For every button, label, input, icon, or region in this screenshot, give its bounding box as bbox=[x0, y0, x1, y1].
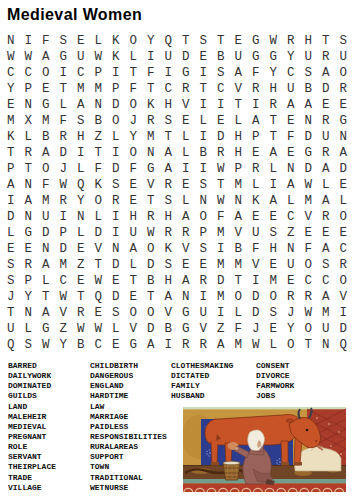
grid-cell[interactable]: H bbox=[265, 241, 283, 257]
grid-cell[interactable]: I bbox=[177, 161, 195, 177]
grid-cell[interactable]: N bbox=[20, 177, 38, 193]
grid-cell[interactable]: L bbox=[125, 257, 143, 273]
grid-cell[interactable]: W bbox=[212, 193, 230, 209]
grid-cell[interactable]: Q bbox=[72, 177, 90, 193]
grid-cell[interactable]: T bbox=[125, 273, 143, 289]
grid-cell[interactable]: A bbox=[230, 65, 248, 81]
grid-cell[interactable]: A bbox=[37, 49, 55, 65]
grid-cell[interactable]: E bbox=[247, 209, 265, 225]
grid-cell[interactable]: R bbox=[107, 193, 125, 209]
grid-cell[interactable]: I bbox=[55, 209, 73, 225]
grid-cell[interactable]: O bbox=[282, 337, 300, 353]
grid-cell[interactable]: R bbox=[72, 305, 90, 321]
grid-cell[interactable]: A bbox=[160, 145, 178, 161]
grid-cell[interactable]: W bbox=[300, 177, 318, 193]
grid-cell[interactable]: D bbox=[55, 145, 73, 161]
grid-cell[interactable]: T bbox=[265, 129, 283, 145]
grid-cell[interactable]: A bbox=[265, 193, 283, 209]
grid-cell[interactable]: D bbox=[55, 241, 73, 257]
grid-cell[interactable]: U bbox=[317, 129, 335, 145]
grid-cell[interactable]: A bbox=[335, 145, 353, 161]
grid-cell[interactable]: B bbox=[37, 129, 55, 145]
grid-cell[interactable]: P bbox=[20, 81, 38, 97]
grid-cell[interactable]: W bbox=[37, 337, 55, 353]
grid-cell[interactable]: W bbox=[212, 161, 230, 177]
grid-cell[interactable]: N bbox=[72, 209, 90, 225]
grid-cell[interactable]: I bbox=[335, 305, 353, 321]
grid-cell[interactable]: T bbox=[195, 81, 213, 97]
grid-cell[interactable]: E bbox=[230, 33, 248, 49]
grid-cell[interactable]: B bbox=[230, 241, 248, 257]
grid-cell[interactable]: A bbox=[177, 273, 195, 289]
grid-cell[interactable]: E bbox=[265, 209, 283, 225]
grid-cell[interactable]: S bbox=[265, 305, 283, 321]
grid-cell[interactable]: S bbox=[160, 193, 178, 209]
grid-cell[interactable]: H bbox=[230, 129, 248, 145]
grid-cell[interactable]: A bbox=[160, 289, 178, 305]
grid-cell[interactable]: D bbox=[177, 49, 195, 65]
grid-cell[interactable]: F bbox=[125, 81, 143, 97]
grid-cell[interactable]: E bbox=[2, 97, 20, 113]
grid-cell[interactable]: R bbox=[317, 209, 335, 225]
grid-cell[interactable]: I bbox=[212, 97, 230, 113]
grid-cell[interactable]: E bbox=[300, 225, 318, 241]
grid-cell[interactable]: Z bbox=[212, 321, 230, 337]
grid-cell[interactable]: C bbox=[2, 65, 20, 81]
grid-cell[interactable]: K bbox=[160, 241, 178, 257]
grid-cell[interactable]: F bbox=[212, 209, 230, 225]
grid-cell[interactable]: T bbox=[212, 177, 230, 193]
grid-cell[interactable]: W bbox=[300, 305, 318, 321]
grid-cell[interactable]: U bbox=[282, 257, 300, 273]
grid-cell[interactable]: D bbox=[335, 161, 353, 177]
grid-cell[interactable]: C bbox=[282, 65, 300, 81]
grid-cell[interactable]: X bbox=[20, 113, 38, 129]
grid-cell[interactable]: R bbox=[282, 33, 300, 49]
grid-cell[interactable]: N bbox=[300, 113, 318, 129]
grid-cell[interactable]: N bbox=[282, 241, 300, 257]
grid-cell[interactable]: A bbox=[265, 145, 283, 161]
grid-cell[interactable]: T bbox=[160, 129, 178, 145]
grid-cell[interactable]: I bbox=[142, 49, 160, 65]
grid-cell[interactable]: L bbox=[177, 193, 195, 209]
grid-cell[interactable]: E bbox=[37, 81, 55, 97]
grid-cell[interactable]: R bbox=[317, 113, 335, 129]
grid-cell[interactable]: V bbox=[230, 225, 248, 241]
grid-cell[interactable]: E bbox=[212, 113, 230, 129]
grid-cell[interactable]: L bbox=[55, 97, 73, 113]
grid-cell[interactable]: T bbox=[90, 257, 108, 273]
grid-cell[interactable]: L bbox=[265, 161, 283, 177]
grid-cell[interactable]: S bbox=[212, 65, 230, 81]
grid-cell[interactable]: F bbox=[300, 241, 318, 257]
grid-cell[interactable]: Y bbox=[55, 337, 73, 353]
grid-cell[interactable]: M bbox=[230, 257, 248, 273]
grid-cell[interactable]: A bbox=[177, 209, 195, 225]
grid-cell[interactable]: S bbox=[72, 113, 90, 129]
grid-cell[interactable]: T bbox=[55, 81, 73, 97]
grid-cell[interactable]: M bbox=[142, 129, 160, 145]
grid-cell[interactable]: U bbox=[160, 49, 178, 65]
grid-cell[interactable]: N bbox=[20, 97, 38, 113]
grid-cell[interactable]: Y bbox=[265, 65, 283, 81]
grid-cell[interactable]: E bbox=[282, 273, 300, 289]
grid-cell[interactable]: L bbox=[177, 145, 195, 161]
grid-cell[interactable]: U bbox=[125, 225, 143, 241]
grid-cell[interactable]: V bbox=[142, 177, 160, 193]
grid-cell[interactable]: T bbox=[2, 145, 20, 161]
grid-cell[interactable]: A bbox=[317, 193, 335, 209]
grid-cell[interactable]: S bbox=[195, 33, 213, 49]
grid-cell[interactable]: Z bbox=[90, 129, 108, 145]
grid-cell[interactable]: I bbox=[160, 337, 178, 353]
grid-cell[interactable]: E bbox=[335, 97, 353, 113]
grid-cell[interactable]: A bbox=[2, 177, 20, 193]
grid-cell[interactable]: B bbox=[160, 321, 178, 337]
grid-cell[interactable]: I bbox=[160, 65, 178, 81]
grid-cell[interactable]: U bbox=[335, 49, 353, 65]
grid-cell[interactable]: E bbox=[72, 241, 90, 257]
grid-cell[interactable]: U bbox=[230, 49, 248, 65]
grid-cell[interactable]: V bbox=[125, 321, 143, 337]
grid-cell[interactable]: E bbox=[265, 257, 283, 273]
grid-cell[interactable]: S bbox=[160, 113, 178, 129]
grid-cell[interactable]: W bbox=[247, 337, 265, 353]
grid-cell[interactable]: N bbox=[2, 33, 20, 49]
grid-cell[interactable]: S bbox=[2, 273, 20, 289]
grid-cell[interactable]: A bbox=[20, 193, 38, 209]
grid-cell[interactable]: E bbox=[195, 49, 213, 65]
grid-cell[interactable]: V bbox=[55, 305, 73, 321]
grid-cell[interactable]: O bbox=[300, 321, 318, 337]
grid-cell[interactable]: D bbox=[2, 209, 20, 225]
grid-cell[interactable]: G bbox=[247, 49, 265, 65]
grid-cell[interactable]: C bbox=[300, 273, 318, 289]
grid-cell[interactable]: D bbox=[142, 321, 160, 337]
grid-cell[interactable]: V bbox=[300, 209, 318, 225]
grid-cell[interactable]: G bbox=[37, 97, 55, 113]
grid-cell[interactable]: S bbox=[317, 257, 335, 273]
grid-cell[interactable]: N bbox=[37, 241, 55, 257]
grid-cell[interactable]: H bbox=[160, 273, 178, 289]
grid-cell[interactable]: C bbox=[72, 65, 90, 81]
grid-cell[interactable]: D bbox=[107, 257, 125, 273]
grid-cell[interactable]: J bbox=[282, 305, 300, 321]
grid-cell[interactable]: T bbox=[90, 145, 108, 161]
grid-cell[interactable]: V bbox=[335, 289, 353, 305]
grid-cell[interactable]: E bbox=[177, 177, 195, 193]
grid-cell[interactable]: H bbox=[265, 81, 283, 97]
grid-cell[interactable]: H bbox=[160, 97, 178, 113]
grid-cell[interactable]: L bbox=[2, 225, 20, 241]
grid-cell[interactable]: I bbox=[107, 225, 125, 241]
grid-cell[interactable]: W bbox=[20, 49, 38, 65]
grid-cell[interactable]: N bbox=[107, 241, 125, 257]
grid-cell[interactable]: P bbox=[90, 65, 108, 81]
grid-cell[interactable]: D bbox=[107, 289, 125, 305]
grid-cell[interactable]: I bbox=[195, 129, 213, 145]
grid-cell[interactable]: O bbox=[335, 209, 353, 225]
grid-cell[interactable]: P bbox=[195, 225, 213, 241]
grid-cell[interactable]: Y bbox=[282, 321, 300, 337]
grid-cell[interactable]: K bbox=[107, 49, 125, 65]
grid-cell[interactable]: L bbox=[265, 337, 283, 353]
grid-cell[interactable]: O bbox=[230, 289, 248, 305]
grid-cell[interactable]: O bbox=[90, 193, 108, 209]
grid-cell[interactable]: L bbox=[107, 321, 125, 337]
grid-cell[interactable]: T bbox=[300, 337, 318, 353]
grid-cell[interactable]: J bbox=[2, 289, 20, 305]
grid-cell[interactable]: L bbox=[72, 161, 90, 177]
grid-cell[interactable]: K bbox=[142, 97, 160, 113]
grid-cell[interactable]: U bbox=[195, 305, 213, 321]
grid-cell[interactable]: L bbox=[107, 129, 125, 145]
grid-cell[interactable]: O bbox=[265, 289, 283, 305]
grid-cell[interactable]: G bbox=[125, 337, 143, 353]
grid-cell[interactable]: A bbox=[37, 145, 55, 161]
grid-cell[interactable]: C bbox=[160, 81, 178, 97]
grid-cell[interactable]: R bbox=[335, 81, 353, 97]
grid-cell[interactable]: W bbox=[90, 273, 108, 289]
grid-cell[interactable]: D bbox=[212, 129, 230, 145]
grid-cell[interactable]: K bbox=[247, 193, 265, 209]
grid-cell[interactable]: H bbox=[160, 209, 178, 225]
grid-cell[interactable]: L bbox=[20, 129, 38, 145]
grid-cell[interactable]: E bbox=[335, 225, 353, 241]
grid-cell[interactable]: O bbox=[125, 97, 143, 113]
grid-cell[interactable]: R bbox=[160, 225, 178, 241]
grid-cell[interactable]: W bbox=[55, 177, 73, 193]
grid-cell[interactable]: M bbox=[212, 257, 230, 273]
grid-cell[interactable]: P bbox=[55, 225, 73, 241]
grid-cell[interactable]: O bbox=[300, 257, 318, 273]
grid-cell[interactable]: S bbox=[300, 65, 318, 81]
grid-cell[interactable]: O bbox=[125, 305, 143, 321]
grid-cell[interactable]: A bbox=[142, 337, 160, 353]
grid-cell[interactable]: Y bbox=[142, 33, 160, 49]
grid-cell[interactable]: A bbox=[37, 257, 55, 273]
grid-cell[interactable]: W bbox=[90, 321, 108, 337]
grid-cell[interactable]: E bbox=[247, 145, 265, 161]
grid-cell[interactable]: A bbox=[212, 337, 230, 353]
grid-cell[interactable]: L bbox=[195, 113, 213, 129]
grid-cell[interactable]: R bbox=[20, 145, 38, 161]
grid-cell[interactable]: J bbox=[125, 113, 143, 129]
grid-cell[interactable]: V bbox=[230, 81, 248, 97]
grid-cell[interactable]: N bbox=[177, 289, 195, 305]
grid-cell[interactable]: N bbox=[282, 161, 300, 177]
grid-cell[interactable]: S bbox=[20, 337, 38, 353]
grid-cell[interactable]: C bbox=[55, 273, 73, 289]
grid-cell[interactable]: K bbox=[2, 129, 20, 145]
grid-cell[interactable]: R bbox=[300, 289, 318, 305]
grid-cell[interactable]: E bbox=[2, 241, 20, 257]
grid-cell[interactable]: B bbox=[142, 273, 160, 289]
grid-cell[interactable]: D bbox=[90, 225, 108, 241]
grid-cell[interactable]: N bbox=[230, 193, 248, 209]
grid-cell[interactable]: S bbox=[55, 33, 73, 49]
grid-cell[interactable]: E bbox=[335, 177, 353, 193]
grid-cell[interactable]: R bbox=[247, 161, 265, 177]
grid-cell[interactable]: L bbox=[335, 193, 353, 209]
grid-cell[interactable]: D bbox=[142, 257, 160, 273]
grid-cell[interactable]: O bbox=[335, 65, 353, 81]
grid-cell[interactable]: I bbox=[247, 273, 265, 289]
grid-cell[interactable]: W bbox=[142, 225, 160, 241]
grid-cell[interactable]: R bbox=[317, 145, 335, 161]
grid-cell[interactable]: E bbox=[72, 273, 90, 289]
grid-cell[interactable]: T bbox=[230, 273, 248, 289]
grid-cell[interactable]: A bbox=[230, 209, 248, 225]
grid-cell[interactable]: C bbox=[282, 209, 300, 225]
grid-cell[interactable]: L bbox=[72, 225, 90, 241]
grid-cell[interactable]: O bbox=[37, 65, 55, 81]
grid-cell[interactable]: T bbox=[20, 161, 38, 177]
grid-cell[interactable]: O bbox=[142, 305, 160, 321]
grid-cell[interactable]: R bbox=[142, 209, 160, 225]
grid-cell[interactable]: T bbox=[230, 97, 248, 113]
grid-cell[interactable]: D bbox=[212, 273, 230, 289]
grid-cell[interactable]: U bbox=[282, 81, 300, 97]
grid-cell[interactable]: S bbox=[335, 33, 353, 49]
grid-cell[interactable]: Q bbox=[160, 33, 178, 49]
grid-cell[interactable]: R bbox=[195, 337, 213, 353]
grid-cell[interactable]: F bbox=[230, 321, 248, 337]
grid-cell[interactable]: C bbox=[212, 81, 230, 97]
grid-cell[interactable]: S bbox=[107, 177, 125, 193]
grid-cell[interactable]: F bbox=[37, 33, 55, 49]
grid-cell[interactable]: P bbox=[107, 81, 125, 97]
grid-cell[interactable]: D bbox=[247, 289, 265, 305]
grid-cell[interactable]: M bbox=[212, 225, 230, 241]
grid-cell[interactable]: A bbox=[317, 241, 335, 257]
grid-cell[interactable]: R bbox=[247, 81, 265, 97]
grid-cell[interactable]: G bbox=[300, 145, 318, 161]
grid-cell[interactable]: S bbox=[195, 177, 213, 193]
grid-cell[interactable]: U bbox=[72, 49, 90, 65]
grid-cell[interactable]: Y bbox=[125, 129, 143, 145]
grid-cell[interactable]: N bbox=[20, 209, 38, 225]
grid-cell[interactable]: I bbox=[107, 145, 125, 161]
grid-cell[interactable]: F bbox=[125, 161, 143, 177]
grid-cell[interactable]: F bbox=[90, 161, 108, 177]
grid-cell[interactable]: D bbox=[37, 225, 55, 241]
grid-cell[interactable]: A bbox=[247, 113, 265, 129]
grid-cell[interactable]: N bbox=[335, 129, 353, 145]
grid-cell[interactable]: A bbox=[300, 97, 318, 113]
grid-cell[interactable]: S bbox=[107, 305, 125, 321]
grid-cell[interactable]: E bbox=[125, 193, 143, 209]
grid-cell[interactable]: A bbox=[282, 177, 300, 193]
grid-cell[interactable]: E bbox=[107, 337, 125, 353]
grid-cell[interactable]: B bbox=[72, 337, 90, 353]
grid-cell[interactable]: Y bbox=[72, 193, 90, 209]
grid-cell[interactable]: G bbox=[335, 113, 353, 129]
grid-cell[interactable]: I bbox=[247, 97, 265, 113]
grid-cell[interactable]: W bbox=[90, 49, 108, 65]
grid-cell[interactable]: R bbox=[265, 97, 283, 113]
grid-cell[interactable]: Q bbox=[90, 289, 108, 305]
grid-cell[interactable]: L bbox=[90, 209, 108, 225]
grid-cell[interactable]: M bbox=[300, 193, 318, 209]
grid-cell[interactable]: L bbox=[317, 177, 335, 193]
grid-cell[interactable]: E bbox=[195, 257, 213, 273]
grid-cell[interactable]: I bbox=[55, 65, 73, 81]
grid-cell[interactable]: C bbox=[335, 241, 353, 257]
grid-cell[interactable]: L bbox=[37, 273, 55, 289]
grid-cell[interactable]: U bbox=[317, 321, 335, 337]
grid-cell[interactable]: T bbox=[177, 33, 195, 49]
grid-cell[interactable]: D bbox=[247, 305, 265, 321]
grid-cell[interactable]: O bbox=[107, 113, 125, 129]
grid-cell[interactable]: I bbox=[212, 241, 230, 257]
grid-cell[interactable]: G bbox=[55, 49, 73, 65]
grid-cell[interactable]: D bbox=[107, 161, 125, 177]
grid-cell[interactable]: E bbox=[265, 321, 283, 337]
grid-cell[interactable]: H bbox=[230, 145, 248, 161]
grid-cell[interactable]: Y bbox=[282, 49, 300, 65]
grid-cell[interactable]: G bbox=[177, 321, 195, 337]
grid-cell[interactable]: H bbox=[72, 129, 90, 145]
grid-cell[interactable]: G bbox=[37, 321, 55, 337]
grid-cell[interactable]: Z bbox=[72, 257, 90, 273]
grid-cell[interactable]: L bbox=[230, 305, 248, 321]
grid-cell[interactable]: V bbox=[247, 257, 265, 273]
grid-cell[interactable]: E bbox=[125, 289, 143, 305]
grid-cell[interactable]: T bbox=[142, 193, 160, 209]
grid-cell[interactable]: K bbox=[107, 33, 125, 49]
grid-cell[interactable]: N bbox=[195, 193, 213, 209]
grid-cell[interactable]: T bbox=[125, 65, 143, 81]
grid-cell[interactable]: V bbox=[90, 241, 108, 257]
grid-cell[interactable]: E bbox=[125, 177, 143, 193]
grid-cell[interactable]: L bbox=[125, 49, 143, 65]
grid-cell[interactable]: L bbox=[90, 33, 108, 49]
grid-cell[interactable]: M bbox=[37, 193, 55, 209]
grid-cell[interactable]: I bbox=[212, 305, 230, 321]
grid-cell[interactable]: A bbox=[125, 241, 143, 257]
grid-cell[interactable]: F bbox=[142, 65, 160, 81]
grid-cell[interactable]: D bbox=[107, 97, 125, 113]
grid-cell[interactable]: L bbox=[230, 113, 248, 129]
grid-cell[interactable]: O bbox=[195, 209, 213, 225]
grid-cell[interactable]: T bbox=[37, 289, 55, 305]
grid-cell[interactable]: R bbox=[20, 257, 38, 273]
grid-cell[interactable]: G bbox=[20, 225, 38, 241]
grid-cell[interactable]: L bbox=[20, 321, 38, 337]
grid-cell[interactable]: M bbox=[212, 289, 230, 305]
grid-cell[interactable]: W bbox=[265, 33, 283, 49]
grid-cell[interactable]: S bbox=[265, 225, 283, 241]
grid-cell[interactable]: G bbox=[177, 305, 195, 321]
grid-cell[interactable]: U bbox=[2, 321, 20, 337]
grid-cell[interactable]: D bbox=[300, 161, 318, 177]
grid-cell[interactable]: M bbox=[2, 113, 20, 129]
grid-cell[interactable]: I bbox=[195, 97, 213, 113]
grid-cell[interactable]: A bbox=[72, 97, 90, 113]
grid-cell[interactable]: G bbox=[247, 33, 265, 49]
grid-cell[interactable]: E bbox=[177, 257, 195, 273]
grid-cell[interactable]: R bbox=[177, 81, 195, 97]
grid-cell[interactable]: L bbox=[177, 129, 195, 145]
grid-cell[interactable]: P bbox=[20, 273, 38, 289]
grid-cell[interactable]: O bbox=[142, 241, 160, 257]
grid-cell[interactable]: R bbox=[55, 193, 73, 209]
grid-cell[interactable]: D bbox=[317, 81, 335, 97]
grid-cell[interactable]: O bbox=[125, 145, 143, 161]
grid-cell[interactable]: L bbox=[282, 193, 300, 209]
grid-cell[interactable]: A bbox=[317, 65, 335, 81]
